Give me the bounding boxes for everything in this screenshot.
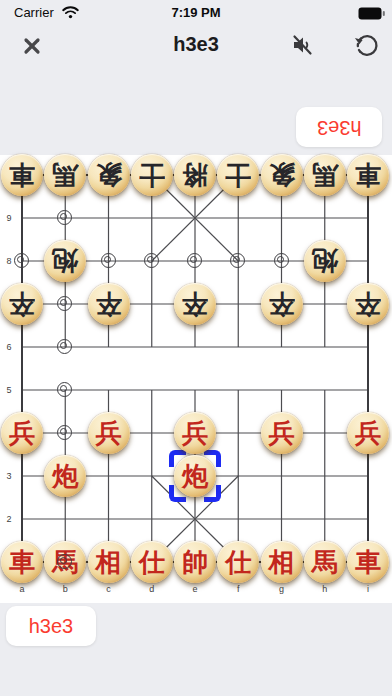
file-label-i: i [361,584,375,594]
piece-black-h8[interactable]: 炮 [304,240,346,282]
piece-red-e3[interactable]: 炮 [174,455,216,497]
move-marker-inner [60,342,67,349]
move-marker-inner [17,256,24,263]
rank-label-3: 3 [2,471,16,481]
move-marker-inner [60,428,67,435]
piece-red-a1[interactable]: 車 [1,541,43,583]
piece-glyph: 車 [9,549,35,575]
xiangqi-app-screen: { "game": "xiangqi", "status_bar": { "ca… [0,0,392,696]
piece-glyph: 炮 [52,248,78,274]
move-marker-inner [104,256,111,263]
piece-glyph: 兵 [9,420,35,446]
move-marker-inner [60,299,67,306]
battery-icon [358,6,385,24]
piece-black-a7[interactable]: 卒 [1,283,43,325]
piece-glyph: 兵 [355,420,381,446]
move-marker-d8[interactable] [144,253,159,268]
status-bar: Carrier 7:19 PM [0,0,392,24]
piece-black-d10[interactable]: 士 [131,154,173,196]
piece-black-h10[interactable]: 馬 [304,154,346,196]
piece-glyph: 兵 [182,420,208,446]
piece-glyph: 卒 [355,291,381,317]
rank-label-5: 5 [2,385,16,395]
piece-black-i7[interactable]: 卒 [347,283,389,325]
piece-red-i4[interactable]: 兵 [347,412,389,454]
piece-black-c10[interactable]: 象 [88,154,130,196]
piece-red-h1[interactable]: 馬 [304,541,346,583]
piece-black-i10[interactable]: 車 [347,154,389,196]
piece-glyph: 象 [96,162,122,188]
piece-glyph: 馬 [312,549,338,575]
piece-glyph: 卒 [269,291,295,317]
piece-glyph: 馬 [52,162,78,188]
piece-glyph: 兵 [96,420,122,446]
piece-red-i1[interactable]: 車 [347,541,389,583]
file-label-g: g [275,584,289,594]
piece-glyph: 車 [355,162,381,188]
move-marker-inner [147,256,154,263]
opponent-move-label: h3e3 [296,107,382,147]
file-label-b: b [58,584,72,594]
piece-red-a4[interactable]: 兵 [1,412,43,454]
piece-glyph: 卒 [9,291,35,317]
piece-red-c1[interactable]: 相 [88,541,130,583]
piece-red-c4[interactable]: 兵 [88,412,130,454]
piece-red-b3[interactable]: 炮 [44,455,86,497]
move-marker-inner [277,256,284,263]
mute-speaker-icon[interactable] [288,31,316,59]
piece-red-f1[interactable]: 仕 [217,541,259,583]
file-label-c: c [102,584,116,594]
piece-glyph: 炮 [312,248,338,274]
piece-glyph: 炮 [52,463,78,489]
piece-glyph: 仕 [139,549,165,575]
file-label-a: a [15,584,29,594]
piece-glyph: 帥 [182,549,208,575]
file-label-h: h [318,584,332,594]
piece-glyph: 卒 [182,291,208,317]
piece-black-c7[interactable]: 卒 [88,283,130,325]
piece-glyph: 相 [269,549,295,575]
clock-time: 7:19 PM [0,5,392,20]
move-marker-e8[interactable] [187,253,202,268]
piece-glyph: 士 [225,162,251,188]
file-label-e: e [188,584,202,594]
rank-label-9: 9 [2,213,16,223]
piece-red-g4[interactable]: 兵 [261,412,303,454]
page-title: h3e3 [0,33,392,56]
nav-bar: h3e3 [0,24,392,68]
piece-red-g1[interactable]: 相 [261,541,303,583]
piece-glyph: 仕 [225,549,251,575]
piece-glyph: 相 [96,549,122,575]
restart-icon[interactable] [352,31,380,59]
piece-glyph: 將 [182,162,208,188]
piece-glyph: 士 [139,162,165,188]
opponent-move-text: h3e3 [317,116,362,139]
piece-glyph: 車 [9,162,35,188]
piece-glyph: 車 [355,549,381,575]
piece-red-e4[interactable]: 兵 [174,412,216,454]
player-move-text: h3e3 [29,615,74,638]
piece-glyph: 馬 [312,162,338,188]
piece-red-d1[interactable]: 仕 [131,541,173,583]
move-marker-inner [60,385,67,392]
piece-black-g10[interactable]: 象 [261,154,303,196]
piece-black-e7[interactable]: 卒 [174,283,216,325]
rank-label-2: 2 [2,514,16,524]
piece-glyph: 炮 [182,463,208,489]
move-marker-inner [60,213,67,220]
move-marker-inner [233,256,240,263]
move-marker-c8[interactable] [101,253,116,268]
player-move-label: h3e3 [6,606,96,646]
move-marker-inner [190,256,197,263]
file-label-d: d [145,584,159,594]
xiangqi-board[interactable]: 986532abcdefghi車馬象士將士象馬車炮炮卒卒卒卒卒兵兵兵兵兵炮炮車馬… [0,155,392,603]
piece-black-f10[interactable]: 士 [217,154,259,196]
move-marker-g8[interactable] [274,253,289,268]
piece-glyph: 卒 [96,291,122,317]
piece-black-b8[interactable]: 炮 [44,240,86,282]
rank-label-6: 6 [2,342,16,352]
piece-black-e10[interactable]: 將 [174,154,216,196]
piece-glyph: 象 [269,162,295,188]
file-label-f: f [231,584,245,594]
piece-glyph: 兵 [269,420,295,446]
move-marker-a8[interactable] [14,253,29,268]
piece-red-e1[interactable]: 帥 [174,541,216,583]
piece-black-a10[interactable]: 車 [1,154,43,196]
move-marker-inner [60,557,67,564]
piece-black-g7[interactable]: 卒 [261,283,303,325]
piece-black-b10[interactable]: 馬 [44,154,86,196]
